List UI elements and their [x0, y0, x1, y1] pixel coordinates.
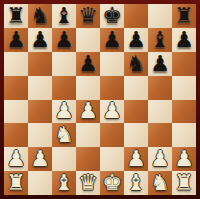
piece-white-pawn[interactable]: ♟	[174, 148, 194, 170]
piece-black-bishop[interactable]: ♝	[150, 28, 170, 50]
square-f1[interactable]: ♝	[124, 171, 148, 195]
piece-white-pawn[interactable]: ♟	[126, 148, 146, 170]
square-c7[interactable]: ♟	[52, 28, 76, 52]
piece-white-rook[interactable]: ♜	[174, 172, 194, 194]
piece-black-pawn[interactable]: ♟	[102, 28, 122, 50]
square-g1[interactable]: ♞	[148, 171, 172, 195]
square-g5[interactable]	[148, 76, 172, 100]
square-f7[interactable]: ♟	[124, 28, 148, 52]
piece-white-pawn[interactable]: ♟	[78, 100, 98, 122]
piece-white-pawn[interactable]: ♟	[54, 100, 74, 122]
piece-white-pawn[interactable]: ♟	[30, 148, 50, 170]
square-f4[interactable]	[124, 100, 148, 124]
square-b4[interactable]	[28, 100, 52, 124]
square-h6[interactable]	[172, 52, 196, 76]
square-b5[interactable]	[28, 76, 52, 100]
square-b1[interactable]	[28, 171, 52, 195]
square-d6[interactable]: ♟	[76, 52, 100, 76]
piece-black-rook[interactable]: ♜	[6, 4, 26, 26]
square-d2[interactable]	[76, 147, 100, 171]
square-a3[interactable]	[4, 123, 28, 147]
square-h2[interactable]: ♟	[172, 147, 196, 171]
square-c4[interactable]: ♟	[52, 100, 76, 124]
square-h3[interactable]	[172, 123, 196, 147]
square-f5[interactable]	[124, 76, 148, 100]
square-b2[interactable]: ♟	[28, 147, 52, 171]
square-a7[interactable]: ♟	[4, 28, 28, 52]
piece-black-pawn[interactable]: ♟	[126, 28, 146, 50]
piece-white-pawn[interactable]: ♟	[6, 148, 26, 170]
square-c8[interactable]: ♝	[52, 4, 76, 28]
square-c6[interactable]	[52, 52, 76, 76]
square-g6[interactable]: ♟	[148, 52, 172, 76]
square-d4[interactable]: ♟	[76, 100, 100, 124]
square-e7[interactable]: ♟	[100, 28, 124, 52]
square-c3[interactable]: ♞	[52, 123, 76, 147]
chess-board: ♜♞♝♛♚♜♟♟♟♟♟♝♟♟♞♟♟♟♟♞♟♟♟♟♟♜♝♛♚♝♞♜	[4, 4, 196, 195]
square-h8[interactable]: ♜	[172, 4, 196, 28]
square-g3[interactable]	[148, 123, 172, 147]
piece-black-knight[interactable]: ♞	[30, 4, 50, 26]
piece-white-king[interactable]: ♚	[102, 172, 122, 194]
square-a8[interactable]: ♜	[4, 4, 28, 28]
square-c2[interactable]	[52, 147, 76, 171]
piece-white-bishop[interactable]: ♝	[54, 172, 74, 194]
piece-white-pawn[interactable]: ♟	[102, 100, 122, 122]
board-frame: ♜♞♝♛♚♜♟♟♟♟♟♝♟♟♞♟♟♟♟♞♟♟♟♟♟♜♝♛♚♝♞♜	[0, 0, 200, 199]
piece-white-pawn[interactable]: ♟	[150, 148, 170, 170]
piece-white-bishop[interactable]: ♝	[126, 172, 146, 194]
piece-black-pawn[interactable]: ♟	[6, 28, 26, 50]
piece-black-rook[interactable]: ♜	[174, 4, 194, 26]
square-g8[interactable]	[148, 4, 172, 28]
square-b6[interactable]	[28, 52, 52, 76]
piece-white-knight[interactable]: ♞	[150, 172, 170, 194]
square-a5[interactable]	[4, 76, 28, 100]
piece-black-pawn[interactable]: ♟	[54, 28, 74, 50]
piece-white-rook[interactable]: ♜	[6, 172, 26, 194]
square-g4[interactable]	[148, 100, 172, 124]
square-d5[interactable]	[76, 76, 100, 100]
piece-black-bishop[interactable]: ♝	[54, 4, 74, 26]
square-e1[interactable]: ♚	[100, 171, 124, 195]
square-f3[interactable]	[124, 123, 148, 147]
piece-black-pawn[interactable]: ♟	[174, 28, 194, 50]
square-e6[interactable]	[100, 52, 124, 76]
square-g7[interactable]: ♝	[148, 28, 172, 52]
square-c1[interactable]: ♝	[52, 171, 76, 195]
square-e5[interactable]	[100, 76, 124, 100]
square-d3[interactable]	[76, 123, 100, 147]
square-h5[interactable]	[172, 76, 196, 100]
square-c5[interactable]	[52, 76, 76, 100]
piece-black-pawn[interactable]: ♟	[78, 52, 98, 74]
square-b8[interactable]: ♞	[28, 4, 52, 28]
square-g2[interactable]: ♟	[148, 147, 172, 171]
square-h7[interactable]: ♟	[172, 28, 196, 52]
square-f2[interactable]: ♟	[124, 147, 148, 171]
square-e3[interactable]	[100, 123, 124, 147]
square-a6[interactable]	[4, 52, 28, 76]
square-e4[interactable]: ♟	[100, 100, 124, 124]
square-e8[interactable]: ♚	[100, 4, 124, 28]
square-a1[interactable]: ♜	[4, 171, 28, 195]
square-a4[interactable]	[4, 100, 28, 124]
square-a2[interactable]: ♟	[4, 147, 28, 171]
piece-white-knight[interactable]: ♞	[54, 124, 74, 146]
piece-black-pawn[interactable]: ♟	[30, 28, 50, 50]
piece-white-queen[interactable]: ♛	[78, 172, 98, 194]
piece-black-knight[interactable]: ♞	[126, 52, 146, 74]
square-d7[interactable]	[76, 28, 100, 52]
square-e2[interactable]	[100, 147, 124, 171]
square-h4[interactable]	[172, 100, 196, 124]
piece-black-queen[interactable]: ♛	[78, 4, 98, 26]
square-d8[interactable]: ♛	[76, 4, 100, 28]
square-b7[interactable]: ♟	[28, 28, 52, 52]
piece-black-pawn[interactable]: ♟	[150, 52, 170, 74]
square-d1[interactable]: ♛	[76, 171, 100, 195]
square-b3[interactable]	[28, 123, 52, 147]
piece-black-king[interactable]: ♚	[102, 4, 122, 26]
square-f6[interactable]: ♞	[124, 52, 148, 76]
square-f8[interactable]	[124, 4, 148, 28]
square-h1[interactable]: ♜	[172, 171, 196, 195]
